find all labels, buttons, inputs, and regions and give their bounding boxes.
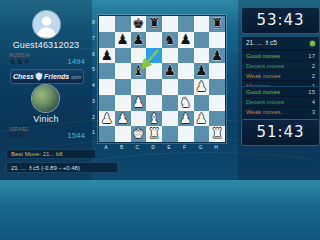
weak-moves-value: 2 <box>312 73 315 79</box>
white-piece-f3[interactable]: ♞ <box>178 95 194 111</box>
move-quality-dot <box>310 41 315 46</box>
square-f3[interactable]: ♞ <box>178 95 194 111</box>
square-d3[interactable] <box>146 95 162 111</box>
decent-moves-label: Decent moves <box>246 99 284 105</box>
logo-text-friends: Friends <box>44 73 69 80</box>
square-c5[interactable]: ♝ <box>131 63 147 79</box>
white-piece-c3[interactable]: ♟ <box>131 95 147 111</box>
square-a7[interactable] <box>99 32 115 48</box>
square-b5[interactable] <box>115 63 131 79</box>
square-f5[interactable] <box>178 63 194 79</box>
square-d2[interactable]: ♝ <box>146 111 162 127</box>
black-piece-b7[interactable]: ♟ <box>115 32 131 48</box>
weak-moves-label: Weak moves <box>246 109 281 115</box>
black-piece-h6[interactable]: ♟ <box>209 48 225 64</box>
black-piece-h8[interactable]: ♜ <box>209 16 225 32</box>
white-piece-d2[interactable]: ♝ <box>146 111 162 127</box>
square-h5[interactable] <box>209 63 225 79</box>
white-piece-g2[interactable]: ♟ <box>194 111 210 127</box>
square-c4[interactable] <box>131 79 147 95</box>
decent-moves-label: Decent moves <box>246 63 284 69</box>
square-d8[interactable]: ♜ <box>146 16 162 32</box>
square-d1[interactable]: ♜ <box>146 126 162 142</box>
square-a3[interactable] <box>99 95 115 111</box>
rank-labels: 87654321 <box>90 15 97 141</box>
weak-moves-value: 3 <box>312 109 315 115</box>
player-badges-bottom: 64★ <box>9 131 25 140</box>
square-a5[interactable] <box>99 63 115 79</box>
shield-icon <box>35 72 43 81</box>
black-piece-c7[interactable]: ♟ <box>131 32 147 48</box>
square-g2[interactable]: ♟ <box>194 111 210 127</box>
square-a1[interactable] <box>99 126 115 142</box>
black-piece-e7[interactable]: ♞ <box>162 32 178 48</box>
square-e7[interactable]: ♞ <box>162 32 178 48</box>
player-name-top: Guest46312023 <box>0 40 92 50</box>
chess-board[interactable]: ♚♜♜♟♟♞♟♟♟♝♟♟♟♟♞♟♟♝♟♟♚♜♜ <box>98 15 226 143</box>
square-h3[interactable] <box>209 95 225 111</box>
clock-top: 53:43 <box>241 7 320 34</box>
square-b1[interactable] <box>115 126 131 142</box>
black-piece-a6[interactable]: ♟ <box>99 48 115 64</box>
square-g6[interactable] <box>194 48 210 64</box>
white-piece-c1[interactable]: ♚ <box>131 126 147 142</box>
square-d7[interactable] <box>146 32 162 48</box>
file-labels: ABCDEFGH <box>98 144 224 151</box>
square-h6[interactable]: ♟ <box>209 48 225 64</box>
square-d5[interactable] <box>146 63 162 79</box>
square-b3[interactable] <box>115 95 131 111</box>
square-b8[interactable] <box>115 16 131 32</box>
square-g3[interactable] <box>194 95 210 111</box>
square-a2[interactable]: ♟ <box>99 111 115 127</box>
player-badges-top: ♞♞★ <box>9 57 31 66</box>
square-g5[interactable]: ♟ <box>194 63 210 79</box>
move-quality-panel-top: 21. ... ♗c5 Good moves17 Decent moves2 W… <box>241 36 320 91</box>
black-piece-c8[interactable]: ♚ <box>131 16 147 32</box>
square-e2[interactable] <box>162 111 178 127</box>
good-moves-label: Good moves <box>246 53 280 59</box>
square-e5[interactable]: ♟ <box>162 63 178 79</box>
square-e8[interactable] <box>162 16 178 32</box>
square-e1[interactable] <box>162 126 178 142</box>
black-piece-g5[interactable]: ♟ <box>194 63 210 79</box>
white-piece-h1[interactable]: ♜ <box>209 126 225 142</box>
white-piece-b2[interactable]: ♟ <box>115 111 131 127</box>
square-b4[interactable] <box>115 79 131 95</box>
black-piece-d8[interactable]: ♜ <box>146 16 162 32</box>
logo-text-suffix: .com <box>70 74 81 80</box>
square-g8[interactable] <box>194 16 210 32</box>
square-c3[interactable]: ♟ <box>131 95 147 111</box>
good-moves-value: 15 <box>308 89 315 95</box>
logo-text-chess: Chess <box>13 73 34 80</box>
square-a6[interactable]: ♟ <box>99 48 115 64</box>
square-e6[interactable] <box>162 48 178 64</box>
square-f7[interactable]: ♟ <box>178 32 194 48</box>
square-c6[interactable] <box>131 48 147 64</box>
white-piece-a2[interactable]: ♟ <box>99 111 115 127</box>
player-name-bottom: Vinich <box>0 114 92 124</box>
best-move-annotation: Best Move: 21... b6 <box>6 149 96 159</box>
square-a4[interactable] <box>99 79 115 95</box>
square-g4[interactable]: ♟ <box>194 79 210 95</box>
player-rating-top: 1494 <box>67 57 85 66</box>
black-piece-c5[interactable]: ♝ <box>131 63 147 79</box>
square-e4[interactable] <box>162 79 178 95</box>
decent-moves-value: 4 <box>312 99 315 105</box>
square-c1[interactable]: ♚ <box>131 126 147 142</box>
square-a8[interactable] <box>99 16 115 32</box>
decent-moves-value: 2 <box>312 63 315 69</box>
black-piece-e5[interactable]: ♟ <box>162 63 178 79</box>
square-g7[interactable] <box>194 32 210 48</box>
square-h2[interactable] <box>209 111 225 127</box>
avatar-vinich <box>32 85 59 112</box>
black-piece-f7[interactable]: ♟ <box>178 32 194 48</box>
square-c2[interactable] <box>131 111 147 127</box>
square-h7[interactable] <box>209 32 225 48</box>
square-f8[interactable] <box>178 16 194 32</box>
square-h4[interactable] <box>209 79 225 95</box>
square-h8[interactable]: ♜ <box>209 16 225 32</box>
played-move-evaluation: 21. ... ♗c5 (-0.89→+0.48) <box>6 162 118 173</box>
square-g1[interactable] <box>194 126 210 142</box>
good-moves-value: 17 <box>308 53 315 59</box>
white-piece-g4[interactable]: ♟ <box>194 79 210 95</box>
last-move-label: 21. ... ♗c5 <box>246 39 277 47</box>
weak-moves-label: Weak moves <box>246 73 281 79</box>
square-f4[interactable] <box>178 79 194 95</box>
square-e3[interactable] <box>162 95 178 111</box>
square-c8[interactable]: ♚ <box>131 16 147 32</box>
player-rating-bottom: 1544 <box>67 131 85 140</box>
square-b2[interactable]: ♟ <box>115 111 131 127</box>
square-d4[interactable] <box>146 79 162 95</box>
square-f6[interactable] <box>178 48 194 64</box>
square-b6[interactable] <box>115 48 131 64</box>
square-f1[interactable] <box>178 126 194 142</box>
clock-bottom: 51:43 <box>241 119 320 146</box>
square-h1[interactable]: ♜ <box>209 126 225 142</box>
chessfriends-logo[interactable]: Chess Friends .com <box>10 69 84 84</box>
square-c7[interactable]: ♟ <box>131 32 147 48</box>
square-f2[interactable]: ♟ <box>178 111 194 127</box>
square-b7[interactable]: ♟ <box>115 32 131 48</box>
person-icon <box>33 11 60 38</box>
white-piece-f2[interactable]: ♟ <box>178 111 194 127</box>
white-piece-d1[interactable]: ♜ <box>146 126 162 142</box>
avatar-guest <box>33 11 60 38</box>
square-d6[interactable] <box>146 48 162 64</box>
good-moves-label: Good moves <box>246 89 280 95</box>
